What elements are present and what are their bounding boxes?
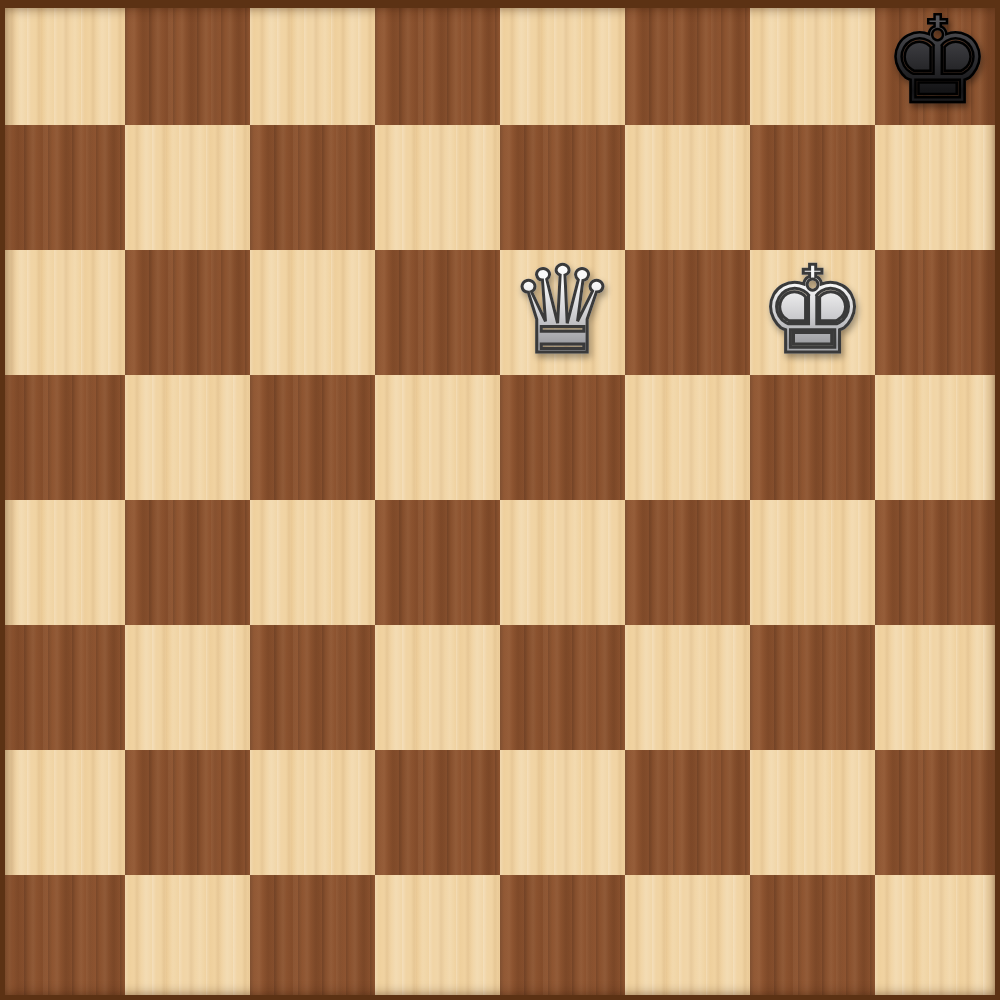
square-h2[interactable] — [875, 750, 1000, 875]
square-a6[interactable] — [0, 250, 125, 375]
square-b3[interactable] — [125, 625, 250, 750]
square-c4[interactable] — [250, 500, 375, 625]
square-f8[interactable] — [625, 0, 750, 125]
square-b7[interactable] — [125, 125, 250, 250]
square-h1[interactable] — [875, 875, 1000, 1000]
square-g7[interactable] — [750, 125, 875, 250]
white-queen[interactable]: ♛ — [509, 251, 617, 371]
square-e7[interactable] — [500, 125, 625, 250]
black-king[interactable]: ♚ — [884, 1, 992, 121]
square-g6[interactable]: ♚ — [750, 250, 875, 375]
square-a5[interactable] — [0, 375, 125, 500]
square-e4[interactable] — [500, 500, 625, 625]
square-e8[interactable] — [500, 0, 625, 125]
square-a4[interactable] — [0, 500, 125, 625]
square-c6[interactable] — [250, 250, 375, 375]
white-king[interactable]: ♚ — [759, 251, 867, 371]
square-e2[interactable] — [500, 750, 625, 875]
square-f6[interactable] — [625, 250, 750, 375]
square-d2[interactable] — [375, 750, 500, 875]
square-g2[interactable] — [750, 750, 875, 875]
square-b5[interactable] — [125, 375, 250, 500]
square-a3[interactable] — [0, 625, 125, 750]
square-c2[interactable] — [250, 750, 375, 875]
square-d1[interactable] — [375, 875, 500, 1000]
square-f5[interactable] — [625, 375, 750, 500]
square-f1[interactable] — [625, 875, 750, 1000]
square-h8[interactable]: ♚ — [875, 0, 1000, 125]
square-b4[interactable] — [125, 500, 250, 625]
square-a7[interactable] — [0, 125, 125, 250]
square-d3[interactable] — [375, 625, 500, 750]
square-g4[interactable] — [750, 500, 875, 625]
square-a1[interactable] — [0, 875, 125, 1000]
square-f3[interactable] — [625, 625, 750, 750]
square-b6[interactable] — [125, 250, 250, 375]
square-d4[interactable] — [375, 500, 500, 625]
square-g8[interactable] — [750, 0, 875, 125]
square-e3[interactable] — [500, 625, 625, 750]
square-d8[interactable] — [375, 0, 500, 125]
square-b2[interactable] — [125, 750, 250, 875]
square-d5[interactable] — [375, 375, 500, 500]
square-c1[interactable] — [250, 875, 375, 1000]
square-f2[interactable] — [625, 750, 750, 875]
square-h3[interactable] — [875, 625, 1000, 750]
square-a8[interactable] — [0, 0, 125, 125]
square-e6[interactable]: ♛ — [500, 250, 625, 375]
square-f7[interactable] — [625, 125, 750, 250]
square-g1[interactable] — [750, 875, 875, 1000]
square-a2[interactable] — [0, 750, 125, 875]
square-c5[interactable] — [250, 375, 375, 500]
square-g3[interactable] — [750, 625, 875, 750]
square-g5[interactable] — [750, 375, 875, 500]
square-b1[interactable] — [125, 875, 250, 1000]
chess-board: ♚♛♚ — [0, 0, 1000, 1000]
square-c3[interactable] — [250, 625, 375, 750]
square-h4[interactable] — [875, 500, 1000, 625]
square-f4[interactable] — [625, 500, 750, 625]
square-e1[interactable] — [500, 875, 625, 1000]
chess-board-wrap: ♚♛♚ — [0, 0, 1000, 1000]
square-c8[interactable] — [250, 0, 375, 125]
square-d6[interactable] — [375, 250, 500, 375]
square-h6[interactable] — [875, 250, 1000, 375]
square-e5[interactable] — [500, 375, 625, 500]
square-h5[interactable] — [875, 375, 1000, 500]
square-d7[interactable] — [375, 125, 500, 250]
square-c7[interactable] — [250, 125, 375, 250]
square-b8[interactable] — [125, 0, 250, 125]
square-h7[interactable] — [875, 125, 1000, 250]
